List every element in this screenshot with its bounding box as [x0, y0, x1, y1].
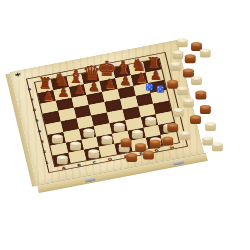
pawn-glyph: ♟	[119, 74, 131, 87]
file-label-D: D	[106, 156, 115, 161]
product-photo-chess-checkers-set: * 87654321 ABCDEFGH ♜♞♝♛♚♝♞♜♟♟♟♟♟♟♟♟	[0, 0, 250, 250]
checker-white[interactable]	[176, 88, 187, 95]
pawn-glyph: ♟	[88, 80, 100, 93]
board-plane: * 87654321 ABCDEFGH ♜♞♝♛♚♝♞♜♟♟♟♟♟♟♟♟	[10, 40, 204, 185]
checker-white[interactable]	[172, 110, 183, 117]
checker-brown[interactable]	[190, 117, 201, 124]
checker-white[interactable]	[57, 157, 68, 164]
checker-white[interactable]	[52, 136, 63, 143]
hinge-icon	[85, 177, 96, 182]
pawn-glyph: ♟	[42, 89, 54, 102]
checker-white[interactable]	[176, 40, 187, 47]
die-blue[interactable]	[157, 86, 164, 93]
pawn-glyph: ♟	[73, 83, 85, 96]
pawn-glyph: ♟	[150, 68, 162, 81]
checker-white[interactable]	[182, 100, 193, 107]
latch-icon	[173, 160, 184, 165]
checker-white[interactable]	[205, 124, 216, 131]
checker-brown[interactable]	[167, 125, 178, 132]
checker-brown[interactable]	[162, 139, 173, 146]
corner-star-mark: *	[14, 71, 22, 81]
file-label-B: B	[75, 162, 84, 167]
checker-white[interactable]	[211, 144, 222, 151]
checker-white[interactable]	[179, 133, 190, 140]
checker-white[interactable]	[199, 51, 210, 58]
checker-white[interactable]	[70, 144, 81, 151]
pawn-glyph: ♟	[135, 71, 147, 84]
pieces-layer: ♜♞♝♛♚♝♞♜♟♟♟♟♟♟♟♟	[10, 40, 177, 72]
checker-brown[interactable]	[184, 56, 195, 63]
file-label-A: A	[59, 165, 68, 170]
checker-white[interactable]	[190, 78, 201, 85]
file-label-C: C	[90, 159, 99, 164]
pawn-glyph: ♟	[57, 86, 69, 99]
checker-brown[interactable]	[120, 140, 131, 147]
checker-white[interactable]	[101, 138, 112, 145]
checker-white[interactable]	[132, 132, 143, 139]
die-blue[interactable]	[146, 84, 153, 91]
checker-white[interactable]	[88, 151, 99, 158]
checker-brown[interactable]	[149, 142, 160, 149]
pawn-glyph: ♟	[104, 77, 116, 90]
checker-brown[interactable]	[143, 153, 154, 160]
checker-white[interactable]	[170, 64, 181, 71]
checker-white[interactable]	[114, 124, 125, 131]
checker-white[interactable]	[172, 52, 183, 59]
checker-brown[interactable]	[126, 155, 137, 162]
checker-white[interactable]	[83, 130, 94, 137]
chess-piece-pawn[interactable]: ♟	[146, 69, 164, 82]
file-label-H: H	[168, 145, 177, 150]
checker-brown[interactable]	[199, 107, 210, 114]
checker-white[interactable]	[145, 118, 156, 125]
checker-brown[interactable]	[195, 93, 206, 100]
